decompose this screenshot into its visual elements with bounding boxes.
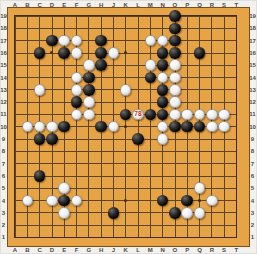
white-stone-D4[interactable]: [46, 195, 58, 207]
coord-row-right-11: 11: [249, 111, 255, 117]
coord-col-top-H: H: [99, 2, 103, 8]
coord-row-left-13: 13: [0, 87, 7, 93]
white-stone-L11[interactable]: 78: [132, 109, 144, 121]
coord-col-bottom-H: H: [99, 247, 103, 253]
coord-col-top-M: M: [148, 2, 153, 8]
coord-row-left-11: 11: [0, 111, 6, 117]
coord-row-left-17: 17: [0, 38, 7, 44]
white-stone-G15[interactable]: [83, 59, 95, 71]
coord-col-bottom-J: J: [112, 247, 115, 253]
white-stone-O14[interactable]: [169, 72, 181, 84]
white-stone-O11[interactable]: [169, 109, 181, 121]
white-stone-Q3[interactable]: [194, 207, 206, 219]
coord-col-top-Q: Q: [197, 2, 202, 8]
white-stone-G11[interactable]: [83, 109, 95, 121]
coord-col-top-S: S: [222, 2, 226, 8]
black-stone-L9[interactable]: [132, 133, 144, 145]
go-app-screenshot: 78 AABBCCDDEEFFGGHHJJKKLLMMNNOOPPQQRRSST…: [0, 0, 257, 254]
white-stone-F16[interactable]: [71, 47, 83, 59]
coord-col-bottom-R: R: [210, 247, 214, 253]
coord-col-top-E: E: [62, 2, 66, 8]
black-stone-D17[interactable]: [46, 35, 58, 47]
coord-row-right-5: 5: [251, 185, 254, 191]
coord-row-left-6: 6: [2, 173, 5, 179]
white-stone-K13[interactable]: [120, 84, 132, 96]
coord-row-left-8: 8: [2, 148, 5, 154]
coord-col-bottom-G: G: [86, 247, 91, 253]
coord-row-right-18: 18: [249, 25, 256, 31]
coord-row-left-3: 3: [2, 210, 5, 216]
coord-row-right-15: 15: [249, 62, 256, 68]
black-stone-G13[interactable]: [83, 84, 95, 96]
black-stone-C6[interactable]: [34, 170, 46, 182]
white-stone-E3[interactable]: [58, 207, 70, 219]
coord-row-left-15: 15: [0, 62, 7, 68]
coord-col-top-C: C: [37, 2, 41, 8]
coord-col-bottom-C: C: [37, 247, 41, 253]
black-stone-O19[interactable]: [169, 10, 181, 22]
coord-row-right-12: 12: [249, 99, 256, 105]
coord-col-top-O: O: [173, 2, 178, 8]
coord-col-bottom-A: A: [13, 247, 17, 253]
white-stone-F13[interactable]: [71, 84, 83, 96]
coord-col-bottom-O: O: [173, 247, 178, 253]
black-stone-C16[interactable]: [34, 47, 46, 59]
coord-col-bottom-L: L: [136, 247, 140, 253]
coord-col-top-J: J: [112, 2, 115, 8]
coord-col-top-A: A: [13, 2, 17, 8]
black-stone-O10[interactable]: [169, 121, 181, 133]
coord-row-right-4: 4: [251, 198, 254, 204]
black-stone-O16[interactable]: [169, 47, 181, 59]
coord-row-left-12: 12: [0, 99, 7, 105]
coord-col-top-B: B: [25, 2, 29, 8]
coord-row-right-8: 8: [251, 148, 254, 154]
coord-row-right-14: 14: [249, 75, 256, 81]
white-stone-O13[interactable]: [169, 84, 181, 96]
coord-row-left-5: 5: [2, 185, 5, 191]
white-stone-C13[interactable]: [34, 84, 46, 96]
coord-col-bottom-D: D: [50, 247, 54, 253]
coord-row-right-10: 10: [249, 124, 256, 130]
white-stone-R10[interactable]: [206, 121, 218, 133]
white-stone-R11[interactable]: [206, 109, 218, 121]
coord-col-bottom-S: S: [222, 247, 226, 253]
coord-col-bottom-T: T: [235, 247, 239, 253]
black-stone-H16[interactable]: [95, 47, 107, 59]
coord-row-left-16: 16: [0, 50, 7, 56]
star-point-Q4: [198, 199, 201, 202]
black-stone-D9[interactable]: [46, 133, 58, 145]
coord-row-left-19: 19: [0, 13, 7, 19]
coord-row-right-6: 6: [251, 173, 254, 179]
last-move-number: 78: [133, 110, 143, 120]
coord-row-right-19: 19: [249, 13, 256, 19]
coord-col-bottom-N: N: [160, 247, 164, 253]
coord-col-top-D: D: [50, 2, 54, 8]
coord-row-right-9: 9: [251, 136, 254, 142]
coord-col-top-P: P: [185, 2, 189, 8]
coord-row-left-18: 18: [0, 25, 7, 31]
coord-row-left-4: 4: [2, 198, 5, 204]
coord-col-bottom-P: P: [185, 247, 189, 253]
white-stone-J16[interactable]: [108, 47, 120, 59]
coord-row-left-7: 7: [2, 161, 5, 167]
white-stone-R4[interactable]: [206, 195, 218, 207]
coord-row-right-2: 2: [251, 222, 254, 228]
coord-row-left-14: 14: [0, 75, 7, 81]
black-stone-J3[interactable]: [108, 207, 120, 219]
white-stone-G12[interactable]: [83, 96, 95, 108]
coord-row-left-10: 10: [0, 124, 7, 130]
black-stone-H15[interactable]: [95, 59, 107, 71]
coord-col-bottom-K: K: [124, 247, 128, 253]
white-stone-E5[interactable]: [58, 182, 70, 194]
coord-row-right-16: 16: [249, 50, 256, 56]
coord-col-top-N: N: [160, 2, 164, 8]
white-stone-O15[interactable]: [169, 59, 181, 71]
coord-row-right-3: 3: [251, 210, 254, 216]
coord-col-bottom-F: F: [75, 247, 79, 253]
black-stone-F12[interactable]: [71, 96, 83, 108]
white-stone-P11[interactable]: [181, 109, 193, 121]
coord-row-right-1: 1: [251, 234, 254, 240]
coord-col-bottom-E: E: [62, 247, 66, 253]
coord-col-top-R: R: [210, 2, 214, 8]
coord-col-top-T: T: [235, 2, 239, 8]
black-stone-G14[interactable]: [83, 72, 95, 84]
white-stone-O12[interactable]: [169, 96, 181, 108]
coord-col-top-K: K: [124, 2, 128, 8]
black-stone-O3[interactable]: [169, 207, 181, 219]
coord-col-top-F: F: [75, 2, 79, 8]
black-stone-P4[interactable]: [181, 195, 193, 207]
coord-row-left-2: 2: [2, 222, 5, 228]
coord-col-bottom-M: M: [148, 247, 153, 253]
white-stone-S11[interactable]: [218, 109, 230, 121]
black-stone-E16[interactable]: [58, 47, 70, 59]
black-stone-N13[interactable]: [157, 84, 169, 96]
black-stone-Q16[interactable]: [194, 47, 206, 59]
white-stone-M15[interactable]: [145, 59, 157, 71]
black-stone-N16[interactable]: [157, 47, 169, 59]
coord-row-right-13: 13: [249, 87, 256, 93]
coord-row-right-17: 17: [249, 38, 256, 44]
black-stone-O17[interactable]: [169, 35, 181, 47]
coord-col-top-L: L: [136, 2, 140, 8]
coord-row-left-1: 1: [2, 234, 5, 240]
coord-col-bottom-Q: Q: [197, 247, 202, 253]
white-stone-P3[interactable]: [181, 207, 193, 219]
coord-row-right-7: 7: [251, 161, 254, 167]
coord-col-top-G: G: [86, 2, 91, 8]
white-stone-D10[interactable]: [46, 121, 58, 133]
black-stone-E4[interactable]: [58, 195, 70, 207]
white-stone-Q5[interactable]: [194, 182, 206, 194]
black-stone-O18[interactable]: [169, 23, 181, 35]
white-stone-N9[interactable]: [157, 133, 169, 145]
black-stone-C9[interactable]: [34, 133, 46, 145]
coord-col-bottom-B: B: [25, 247, 29, 253]
coord-row-left-9: 9: [2, 136, 5, 142]
